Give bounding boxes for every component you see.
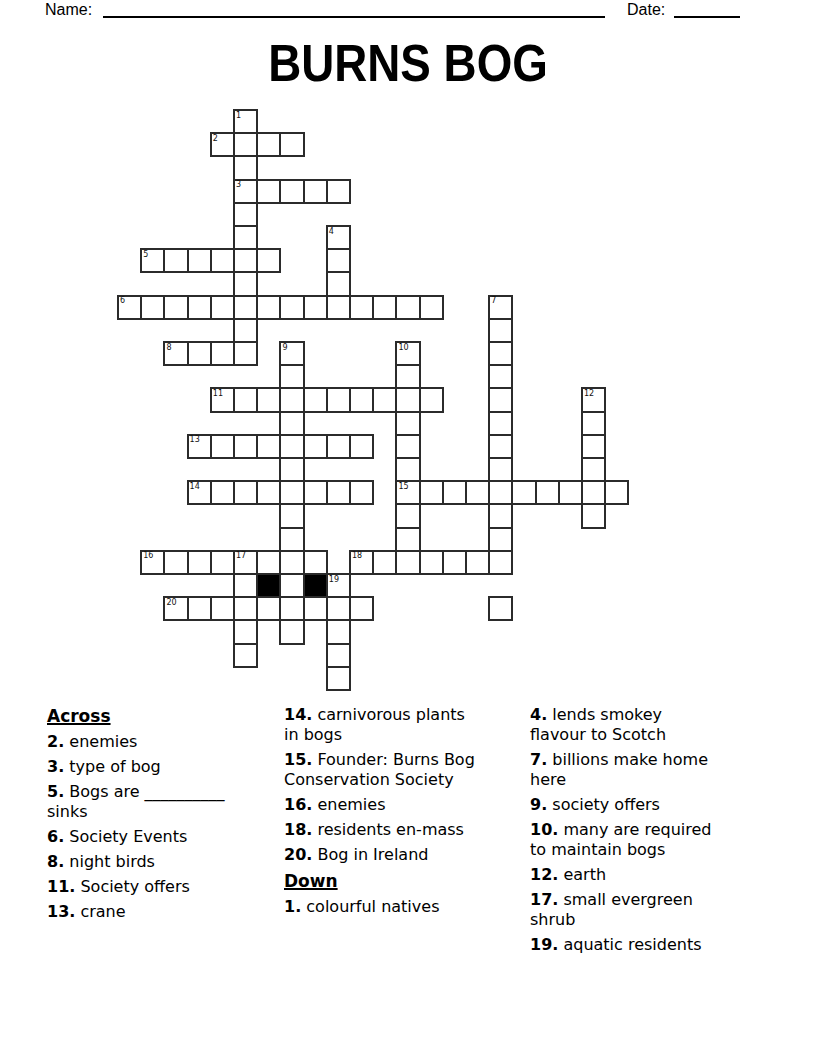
cell-r12c9[interactable] bbox=[326, 387, 351, 412]
cell-r14c8[interactable] bbox=[303, 434, 328, 459]
cell-r19c2[interactable] bbox=[163, 550, 188, 575]
cell-r19c7[interactable] bbox=[279, 550, 304, 575]
clue-across-14: 14. carnivorous plants in bogs bbox=[284, 705, 532, 745]
cell-r10c5[interactable] bbox=[233, 341, 258, 366]
name-label: Name: bbox=[45, 1, 92, 19]
clue-across-2: 2. enemies bbox=[47, 732, 279, 752]
clue-down-7: 7. billions make home here bbox=[530, 750, 752, 790]
clue-text: Society offers bbox=[75, 877, 190, 896]
clue-text: Bogs are __________ sinks bbox=[47, 782, 225, 821]
crossword-worksheet: { "game": "crossword", "title": "BURNS B… bbox=[0, 0, 816, 1056]
cell-number-13: 13 bbox=[190, 436, 200, 444]
cell-number-15: 15 bbox=[398, 483, 408, 491]
cell-r22c5[interactable] bbox=[233, 619, 258, 644]
cell-r13c16[interactable] bbox=[488, 411, 513, 436]
clue-text: residents en-mass bbox=[312, 820, 464, 839]
cell-r16c8[interactable] bbox=[303, 480, 328, 505]
clue-number: 14. bbox=[284, 705, 312, 724]
cell-r19c12[interactable] bbox=[395, 550, 420, 575]
cell-r13c12[interactable] bbox=[395, 411, 420, 436]
cell-r21c3[interactable] bbox=[187, 596, 212, 621]
clue-across-11: 11. Society offers bbox=[47, 877, 279, 897]
cell-r5c5[interactable] bbox=[233, 225, 258, 250]
cell-r6c3[interactable] bbox=[187, 248, 212, 273]
clue-text: Bog in Ireland bbox=[312, 845, 428, 864]
cell-number-6: 6 bbox=[120, 297, 125, 305]
clue-text: colourful natives bbox=[301, 897, 439, 916]
block-cell-r20c8 bbox=[303, 573, 328, 598]
clue-text: lends smokey flavour to Scotch bbox=[530, 705, 666, 744]
cell-r12c5[interactable] bbox=[233, 387, 258, 412]
cell-r10c16[interactable] bbox=[488, 341, 513, 366]
cell-r20c7[interactable] bbox=[279, 573, 304, 598]
clue-number: 16. bbox=[284, 795, 312, 814]
clue-down-9: 9. society offers bbox=[530, 795, 752, 815]
across-heading: Across bbox=[47, 705, 279, 727]
clue-number: 4. bbox=[530, 705, 547, 724]
clue-across-6: 6. Society Events bbox=[47, 827, 279, 847]
cell-r6c2[interactable] bbox=[163, 248, 188, 273]
cell-r19c16[interactable] bbox=[488, 550, 513, 575]
clue-across-3: 3. type of bog bbox=[47, 757, 279, 777]
cell-number-5: 5 bbox=[143, 251, 148, 259]
cell-r11c12[interactable] bbox=[395, 364, 420, 389]
cell-r3c9[interactable] bbox=[326, 179, 351, 204]
puzzle-title: BURNS BOG bbox=[49, 33, 767, 93]
cell-r13c20[interactable] bbox=[581, 411, 606, 436]
clue-column-across: Across2. enemies3. type of bog5. Bogs ar… bbox=[47, 705, 279, 927]
clue-number: 12. bbox=[530, 865, 558, 884]
page: Name: Date: BURNS BOG 123456789101112131… bbox=[0, 0, 816, 1056]
clue-across-15: 15. Founder: Burns Bog Conservation Soci… bbox=[284, 750, 532, 790]
cell-r19c4[interactable] bbox=[210, 550, 235, 575]
clue-down-19: 19. aquatic residents bbox=[530, 935, 752, 955]
clue-number: 10. bbox=[530, 820, 558, 839]
clue-down-10: 10. many are required to maintain bogs bbox=[530, 820, 752, 860]
cell-r19c8[interactable] bbox=[303, 550, 328, 575]
cell-r11c7[interactable] bbox=[279, 364, 304, 389]
cell-r8c12[interactable] bbox=[395, 295, 420, 320]
cell-r7c9[interactable] bbox=[326, 271, 351, 296]
clue-number: 5. bbox=[47, 782, 64, 801]
cell-number-12: 12 bbox=[584, 390, 594, 398]
cell-number-3: 3 bbox=[236, 181, 241, 189]
cell-r6c5[interactable] bbox=[233, 248, 258, 273]
cell-r3c8[interactable] bbox=[303, 179, 328, 204]
cell-number-11: 11 bbox=[213, 390, 223, 398]
cell-r6c6[interactable] bbox=[256, 248, 281, 273]
cell-r4c5[interactable] bbox=[233, 202, 258, 227]
cell-r16c5[interactable] bbox=[233, 480, 258, 505]
cell-r14c16[interactable] bbox=[488, 434, 513, 459]
cell-number-14: 14 bbox=[190, 483, 200, 491]
cell-number-10: 10 bbox=[398, 344, 408, 352]
cell-r14c10[interactable] bbox=[349, 434, 374, 459]
cell-number-1: 1 bbox=[236, 112, 241, 120]
clue-number: 9. bbox=[530, 795, 547, 814]
cell-r18c12[interactable] bbox=[395, 527, 420, 552]
cell-r12c16[interactable] bbox=[488, 387, 513, 412]
clue-number: 20. bbox=[284, 845, 312, 864]
cell-r21c5[interactable] bbox=[233, 596, 258, 621]
clue-down-4: 4. lends smokey flavour to Scotch bbox=[530, 705, 752, 745]
cell-r16c14[interactable] bbox=[442, 480, 467, 505]
cell-r21c16[interactable] bbox=[488, 596, 513, 621]
clue-text: earth bbox=[558, 865, 606, 884]
cell-r8c8[interactable] bbox=[303, 295, 328, 320]
cell-r17c20[interactable] bbox=[581, 503, 606, 528]
cell-r8c6[interactable] bbox=[256, 295, 281, 320]
clue-number: 18. bbox=[284, 820, 312, 839]
cell-r3c6[interactable] bbox=[256, 179, 281, 204]
cell-number-7: 7 bbox=[491, 297, 496, 305]
cell-number-8: 8 bbox=[166, 344, 171, 352]
cell-r16c4[interactable] bbox=[210, 480, 235, 505]
cell-r19c11[interactable] bbox=[372, 550, 397, 575]
cell-number-16: 16 bbox=[143, 552, 153, 560]
down-heading: Down bbox=[284, 870, 532, 892]
cell-r16c20[interactable] bbox=[581, 480, 606, 505]
clue-across-16: 16. enemies bbox=[284, 795, 532, 815]
clue-number: 3. bbox=[47, 757, 64, 776]
cell-r9c16[interactable] bbox=[488, 318, 513, 343]
cell-r17c7[interactable] bbox=[279, 503, 304, 528]
clue-number: 15. bbox=[284, 750, 312, 769]
cell-r8c5[interactable] bbox=[233, 295, 258, 320]
cell-r19c14[interactable] bbox=[442, 550, 467, 575]
cell-r21c9[interactable] bbox=[326, 596, 351, 621]
cell-r9c5[interactable] bbox=[233, 318, 258, 343]
cell-r16c9[interactable] bbox=[326, 480, 351, 505]
cell-r15c12[interactable] bbox=[395, 457, 420, 482]
cell-r10c3[interactable] bbox=[187, 341, 212, 366]
cell-r8c7[interactable] bbox=[279, 295, 304, 320]
cell-r14c5[interactable] bbox=[233, 434, 258, 459]
cell-r10c4[interactable] bbox=[210, 341, 235, 366]
cell-r12c7[interactable] bbox=[279, 387, 304, 412]
cell-r7c5[interactable] bbox=[233, 271, 258, 296]
cell-number-9: 9 bbox=[282, 344, 287, 352]
cell-number-18: 18 bbox=[352, 552, 362, 560]
cell-r2c5[interactable] bbox=[233, 155, 258, 180]
cell-r16c7[interactable] bbox=[279, 480, 304, 505]
cell-r15c16[interactable] bbox=[488, 457, 513, 482]
cell-r15c20[interactable] bbox=[581, 457, 606, 482]
cell-r1c5[interactable] bbox=[233, 132, 258, 157]
cell-r13c7[interactable] bbox=[279, 411, 304, 436]
name-input-line[interactable] bbox=[103, 2, 605, 18]
cell-r19c13[interactable] bbox=[419, 550, 444, 575]
cell-r14c7[interactable] bbox=[279, 434, 304, 459]
cell-r1c7[interactable] bbox=[279, 132, 304, 157]
cell-r16c19[interactable] bbox=[558, 480, 583, 505]
cell-r23c5[interactable] bbox=[233, 643, 258, 668]
clue-down-12: 12. earth bbox=[530, 865, 752, 885]
clue-text: aquatic residents bbox=[558, 935, 701, 954]
clue-text: enemies bbox=[312, 795, 385, 814]
cell-r3c7[interactable] bbox=[279, 179, 304, 204]
cell-r16c10[interactable] bbox=[349, 480, 374, 505]
cell-r17c12[interactable] bbox=[395, 503, 420, 528]
cell-r17c16[interactable] bbox=[488, 503, 513, 528]
clue-number: 6. bbox=[47, 827, 64, 846]
cell-number-19: 19 bbox=[329, 576, 339, 584]
cell-r14c12[interactable] bbox=[395, 434, 420, 459]
cell-r8c10[interactable] bbox=[349, 295, 374, 320]
clue-number: 1. bbox=[284, 897, 301, 916]
cell-r15c7[interactable] bbox=[279, 457, 304, 482]
clue-across-8: 8. night birds bbox=[47, 852, 279, 872]
cell-r12c12[interactable] bbox=[395, 387, 420, 412]
cell-r14c6[interactable] bbox=[256, 434, 281, 459]
cell-r24c9[interactable] bbox=[326, 666, 351, 691]
clue-number: 2. bbox=[47, 732, 64, 751]
clue-text: society offers bbox=[547, 795, 660, 814]
cell-r14c20[interactable] bbox=[581, 434, 606, 459]
cell-r12c10[interactable] bbox=[349, 387, 374, 412]
cell-r19c15[interactable] bbox=[465, 550, 490, 575]
cell-r19c3[interactable] bbox=[187, 550, 212, 575]
cell-r14c4[interactable] bbox=[210, 434, 235, 459]
clue-number: 8. bbox=[47, 852, 64, 871]
clue-text: carnivorous plants in bogs bbox=[284, 705, 465, 744]
clue-text: many are required to maintain bogs bbox=[530, 820, 712, 859]
cell-r1c6[interactable] bbox=[256, 132, 281, 157]
cell-r16c16[interactable] bbox=[488, 480, 513, 505]
clue-text: crane bbox=[75, 902, 125, 921]
cell-number-20: 20 bbox=[166, 599, 176, 607]
cell-number-2: 2 bbox=[213, 135, 218, 143]
cell-r20c5[interactable] bbox=[233, 573, 258, 598]
cell-r8c13[interactable] bbox=[419, 295, 444, 320]
cell-r22c9[interactable] bbox=[326, 619, 351, 644]
cell-r22c7[interactable] bbox=[279, 619, 304, 644]
clue-across-5: 5. Bogs are __________ sinks bbox=[47, 782, 279, 822]
clue-across-20: 20. Bog in Ireland bbox=[284, 845, 532, 865]
cell-r21c4[interactable] bbox=[210, 596, 235, 621]
crossword-board: 1234567891011121314151617181920 bbox=[118, 110, 629, 691]
cell-r16c6[interactable] bbox=[256, 480, 281, 505]
clue-across-13: 13. crane bbox=[47, 902, 279, 922]
cell-r14c9[interactable] bbox=[326, 434, 351, 459]
cell-number-4: 4 bbox=[329, 228, 334, 236]
clue-column-middle: 14. carnivorous plants in bogs15. Founde… bbox=[284, 705, 532, 922]
block-cell-r20c6 bbox=[256, 573, 281, 598]
cell-r21c10[interactable] bbox=[349, 596, 374, 621]
clue-text: night birds bbox=[64, 852, 155, 871]
cell-r16c17[interactable] bbox=[511, 480, 536, 505]
cell-r8c1[interactable] bbox=[140, 295, 165, 320]
clue-down-1: 1. colourful natives bbox=[284, 897, 532, 917]
cell-r12c8[interactable] bbox=[303, 387, 328, 412]
clue-text: Founder: Burns Bog Conservation Society bbox=[284, 750, 475, 789]
clue-column-down: 4. lends smokey flavour to Scotch7. bill… bbox=[530, 705, 752, 960]
cell-r8c3[interactable] bbox=[187, 295, 212, 320]
clue-down-17: 17. small evergreen shrub bbox=[530, 890, 752, 930]
cell-r8c4[interactable] bbox=[210, 295, 235, 320]
cell-r23c9[interactable] bbox=[326, 643, 351, 668]
cell-number-17: 17 bbox=[236, 552, 246, 560]
clue-text: billions make home here bbox=[530, 750, 708, 789]
clue-text: enemies bbox=[64, 732, 137, 751]
date-input-line[interactable] bbox=[674, 2, 740, 18]
cell-r18c16[interactable] bbox=[488, 527, 513, 552]
clue-text: Society Events bbox=[64, 827, 187, 846]
cell-r12c13[interactable] bbox=[419, 387, 444, 412]
clue-text: type of bog bbox=[64, 757, 161, 776]
cell-r12c6[interactable] bbox=[256, 387, 281, 412]
cell-r6c9[interactable] bbox=[326, 248, 351, 273]
cell-r8c9[interactable] bbox=[326, 295, 351, 320]
cell-r16c18[interactable] bbox=[535, 480, 560, 505]
cell-r6c4[interactable] bbox=[210, 248, 235, 273]
cell-r21c8[interactable] bbox=[303, 596, 328, 621]
clue-number: 13. bbox=[47, 902, 75, 921]
cell-r16c13[interactable] bbox=[419, 480, 444, 505]
clue-number: 7. bbox=[530, 750, 547, 769]
clue-number: 19. bbox=[530, 935, 558, 954]
cell-r18c7[interactable] bbox=[279, 527, 304, 552]
cell-r16c21[interactable] bbox=[604, 480, 629, 505]
cell-r19c6[interactable] bbox=[256, 550, 281, 575]
cell-r12c11[interactable] bbox=[372, 387, 397, 412]
cell-r8c2[interactable] bbox=[163, 295, 188, 320]
clue-number: 17. bbox=[530, 890, 558, 909]
cell-r21c7[interactable] bbox=[279, 596, 304, 621]
cell-r11c16[interactable] bbox=[488, 364, 513, 389]
clue-number: 11. bbox=[47, 877, 75, 896]
cell-r16c15[interactable] bbox=[465, 480, 490, 505]
clue-across-18: 18. residents en-mass bbox=[284, 820, 532, 840]
cell-r8c11[interactable] bbox=[372, 295, 397, 320]
cell-r21c6[interactable] bbox=[256, 596, 281, 621]
date-label: Date: bbox=[627, 1, 665, 19]
